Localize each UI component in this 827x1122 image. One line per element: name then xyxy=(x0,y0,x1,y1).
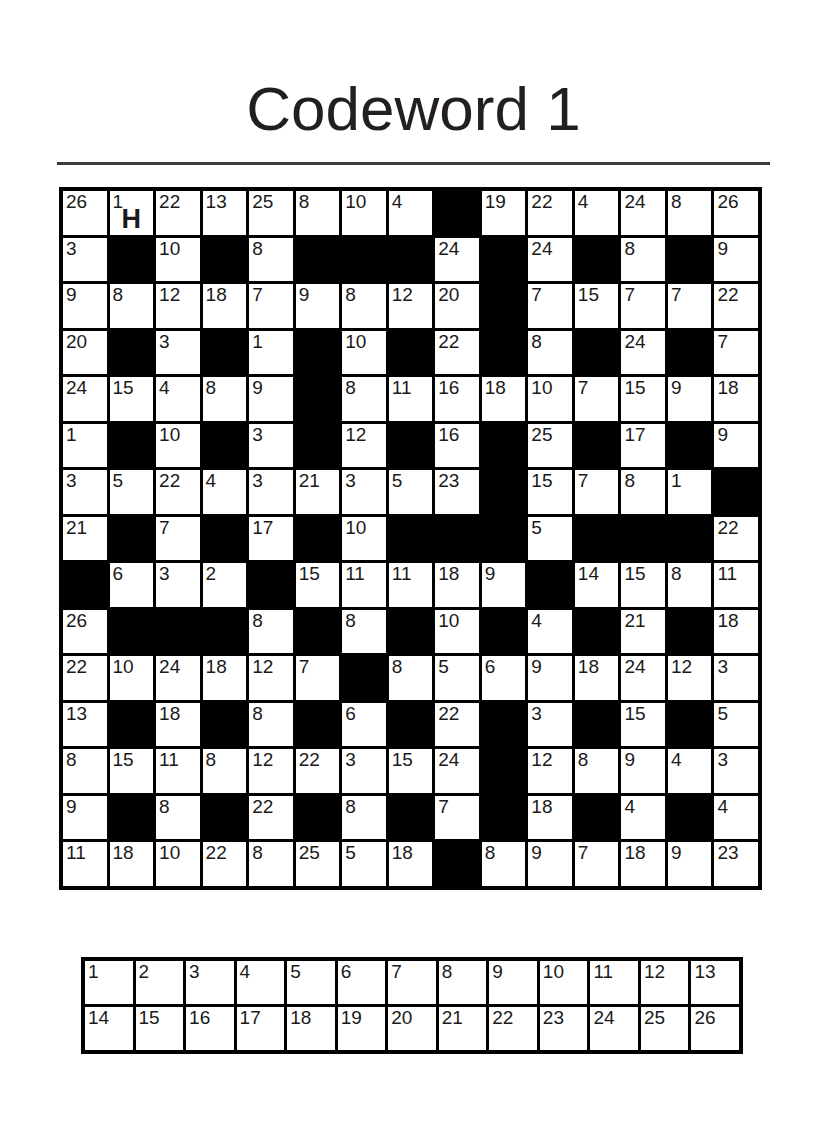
key-cell[interactable]: 9 xyxy=(489,961,537,1004)
block-cell xyxy=(482,331,526,375)
grid-cell[interactable]: 3 xyxy=(342,470,386,514)
block-cell xyxy=(110,424,154,468)
grid-cell[interactable]: 17 xyxy=(621,424,665,468)
grid-cell[interactable]: 9 xyxy=(668,377,712,421)
block-cell xyxy=(203,517,247,561)
grid-cell[interactable]: 9 xyxy=(528,656,572,700)
block-cell xyxy=(482,517,526,561)
grid-cell[interactable]: 22 xyxy=(63,656,107,700)
grid-cell[interactable]: 8 xyxy=(249,842,293,886)
grid-cell[interactable]: 18 xyxy=(389,842,433,886)
grid-cell[interactable]: 24 xyxy=(621,331,665,375)
cell-number: 16 xyxy=(438,378,459,398)
block-cell xyxy=(342,238,386,282)
grid-cell[interactable]: 10 xyxy=(342,331,386,375)
grid-cell[interactable]: 7 xyxy=(668,284,712,328)
grid-cell[interactable]: 19 xyxy=(482,191,526,235)
grid-cell[interactable]: 8 xyxy=(342,377,386,421)
cell-number: 8 xyxy=(671,564,682,584)
letter-key-grid: 1234567891011121314151617181920212223242… xyxy=(81,957,743,1054)
grid-cell[interactable]: 6 xyxy=(110,563,154,607)
key-cell[interactable]: 4 xyxy=(237,961,285,1004)
grid-cell[interactable]: 8 xyxy=(482,842,526,886)
grid-cell[interactable]: 22 xyxy=(296,749,340,793)
cell-number: 11 xyxy=(392,564,412,584)
cell-number: 21 xyxy=(624,611,645,631)
grid-cell[interactable]: 23 xyxy=(714,842,758,886)
grid-cell[interactable]: 7 xyxy=(575,470,619,514)
cell-number: 12 xyxy=(159,285,180,305)
key-cell[interactable]: 6 xyxy=(338,961,386,1004)
cell-number: 9 xyxy=(671,843,682,863)
cell-number: 7 xyxy=(531,285,542,305)
key-cell[interactable]: 20 xyxy=(388,1007,436,1050)
grid-cell[interactable]: 8 xyxy=(668,563,712,607)
grid-cell[interactable]: 22 xyxy=(156,191,200,235)
grid-cell[interactable]: 12 xyxy=(156,284,200,328)
grid-cell[interactable]: 1 xyxy=(249,331,293,375)
grid-cell[interactable]: 5 xyxy=(389,470,433,514)
key-cell[interactable]: 25 xyxy=(641,1007,689,1050)
grid-cell[interactable]: 8 xyxy=(389,656,433,700)
cell-number: 3 xyxy=(159,564,170,584)
cell-number: 10 xyxy=(113,657,134,677)
grid-cell[interactable]: 5 xyxy=(435,656,479,700)
cell-number: 10 xyxy=(345,518,366,538)
grid-cell[interactable]: 10 xyxy=(342,517,386,561)
block-cell xyxy=(389,796,433,840)
block-cell xyxy=(156,610,200,654)
grid-cell[interactable]: 8 xyxy=(668,191,712,235)
cell-number: 20 xyxy=(66,332,87,352)
key-cell[interactable]: 10 xyxy=(540,961,588,1004)
cell-number: 24 xyxy=(624,332,645,352)
cell-number: 9 xyxy=(531,843,542,863)
grid-cell[interactable]: 22 xyxy=(528,191,572,235)
grid-cell[interactable]: 9 xyxy=(714,424,758,468)
block-cell xyxy=(110,703,154,747)
key-cell[interactable]: 18 xyxy=(287,1007,335,1050)
grid-cell[interactable]: 3 xyxy=(249,424,293,468)
key-cell[interactable]: 21 xyxy=(439,1007,487,1050)
cell-number: 3 xyxy=(531,704,542,724)
grid-cell[interactable]: 8 xyxy=(249,610,293,654)
grid-cell[interactable]: 1H xyxy=(110,191,154,235)
cell-number: 15 xyxy=(113,378,134,398)
block-cell xyxy=(668,610,712,654)
key-cell[interactable]: 16 xyxy=(186,1007,234,1050)
cell-number: 11 xyxy=(159,750,179,770)
cell-number: 9 xyxy=(717,239,728,259)
grid-cell[interactable]: 9 xyxy=(63,796,107,840)
cell-number: 24 xyxy=(159,657,180,677)
grid-cell[interactable]: 21 xyxy=(621,610,665,654)
grid-cell[interactable]: 9 xyxy=(482,563,526,607)
key-cell[interactable]: 22 xyxy=(489,1007,537,1050)
cell-number: 1 xyxy=(252,332,263,352)
grid-cell[interactable]: 1 xyxy=(668,470,712,514)
grid-cell[interactable]: 8 xyxy=(621,470,665,514)
grid-cell[interactable]: 9 xyxy=(528,842,572,886)
grid-cell[interactable]: 10 xyxy=(435,610,479,654)
grid-cell[interactable]: 22 xyxy=(203,842,247,886)
cell-number: 5 xyxy=(345,843,356,863)
block-cell xyxy=(482,749,526,793)
key-cell[interactable]: 5 xyxy=(287,961,335,1004)
cell-number: 5 xyxy=(290,962,301,982)
block-cell xyxy=(110,610,154,654)
grid-cell[interactable]: 24 xyxy=(435,238,479,282)
cell-number: 12 xyxy=(345,425,366,445)
key-cell[interactable]: 23 xyxy=(540,1007,588,1050)
grid-cell[interactable]: 24 xyxy=(156,656,200,700)
grid-cell[interactable]: 10 xyxy=(110,656,154,700)
grid-cell[interactable]: 4 xyxy=(575,191,619,235)
cell-number: 8 xyxy=(252,239,263,259)
cell-number: 5 xyxy=(531,518,542,538)
cell-number: 8 xyxy=(159,797,170,817)
key-cell[interactable]: 17 xyxy=(237,1007,285,1050)
cell-number: 8 xyxy=(252,843,263,863)
grid-cell[interactable]: 3 xyxy=(714,656,758,700)
grid-cell[interactable]: 8 xyxy=(203,377,247,421)
grid-cell[interactable]: 1 xyxy=(63,424,107,468)
grid-cell[interactable]: 5 xyxy=(528,517,572,561)
cell-number: 6 xyxy=(485,657,496,677)
grid-cell[interactable]: 4 xyxy=(156,377,200,421)
cell-number: 1 xyxy=(671,471,682,491)
grid-cell[interactable]: 18 xyxy=(482,377,526,421)
grid-cell[interactable]: 18 xyxy=(528,796,572,840)
cell-number: 3 xyxy=(252,471,263,491)
cell-number: 24 xyxy=(531,239,552,259)
cell-number: 10 xyxy=(159,239,180,259)
grid-cell[interactable]: 10 xyxy=(528,377,572,421)
grid-cell[interactable]: 8 xyxy=(249,703,293,747)
grid-cell[interactable]: 12 xyxy=(668,656,712,700)
grid-cell[interactable]: 11 xyxy=(714,563,758,607)
grid-cell[interactable]: 18 xyxy=(714,377,758,421)
grid-cell[interactable]: 7 xyxy=(528,284,572,328)
grid-cell[interactable]: 20 xyxy=(63,331,107,375)
grid-cell[interactable]: 11 xyxy=(389,377,433,421)
cell-number: 3 xyxy=(717,750,728,770)
cell-number: 3 xyxy=(189,962,200,982)
key-cell[interactable]: 14 xyxy=(85,1007,133,1050)
block-cell xyxy=(575,517,619,561)
grid-cell[interactable]: 4 xyxy=(714,796,758,840)
grid-cell[interactable]: 7 xyxy=(249,284,293,328)
grid-cell[interactable]: 9 xyxy=(249,377,293,421)
cell-number: 10 xyxy=(345,192,366,212)
grid-cell[interactable]: 17 xyxy=(249,517,293,561)
block-cell xyxy=(110,238,154,282)
grid-cell[interactable]: 4 xyxy=(389,191,433,235)
grid-cell[interactable]: 4 xyxy=(528,610,572,654)
cell-number: 22 xyxy=(299,750,320,770)
key-cell[interactable]: 3 xyxy=(186,961,234,1004)
grid-cell[interactable]: 6 xyxy=(482,656,526,700)
grid-cell[interactable]: 24 xyxy=(63,377,107,421)
grid-cell[interactable]: 18 xyxy=(621,842,665,886)
grid-cell[interactable]: 12 xyxy=(249,749,293,793)
key-cell[interactable]: 24 xyxy=(590,1007,638,1050)
key-cell[interactable]: 12 xyxy=(641,961,689,1004)
grid-cell[interactable]: 3 xyxy=(156,563,200,607)
grid-cell[interactable]: 5 xyxy=(110,470,154,514)
block-cell xyxy=(668,331,712,375)
cell-number: 4 xyxy=(624,797,635,817)
block-cell xyxy=(482,424,526,468)
grid-cell[interactable]: 9 xyxy=(714,238,758,282)
cell-number: 3 xyxy=(66,471,77,491)
key-cell[interactable]: 13 xyxy=(691,961,739,1004)
cell-number: 18 xyxy=(438,564,459,584)
grid-cell[interactable]: 22 xyxy=(714,284,758,328)
grid-cell[interactable]: 8 xyxy=(63,749,107,793)
grid-cell[interactable]: 22 xyxy=(435,703,479,747)
grid-cell[interactable]: 5 xyxy=(714,703,758,747)
grid-cell[interactable]: 25 xyxy=(249,191,293,235)
cell-number: 18 xyxy=(206,285,227,305)
cell-number: 15 xyxy=(531,471,552,491)
cell-number: 4 xyxy=(531,611,542,631)
grid-cell[interactable]: 7 xyxy=(575,377,619,421)
grid-cell[interactable]: 22 xyxy=(714,517,758,561)
grid-cell[interactable]: 18 xyxy=(203,284,247,328)
cell-number: 3 xyxy=(345,750,356,770)
grid-cell[interactable]: 8 xyxy=(621,238,665,282)
grid-cell[interactable]: 3 xyxy=(63,238,107,282)
key-cell[interactable]: 26 xyxy=(691,1007,739,1050)
grid-cell[interactable]: 2 xyxy=(203,563,247,607)
cell-number: 7 xyxy=(299,657,310,677)
cell-number: 8 xyxy=(252,704,263,724)
grid-cell[interactable]: 24 xyxy=(621,656,665,700)
cell-number: 9 xyxy=(66,797,77,817)
grid-cell[interactable]: 6 xyxy=(342,703,386,747)
cell-number: 25 xyxy=(644,1008,665,1028)
block-cell xyxy=(389,703,433,747)
grid-cell[interactable]: 7 xyxy=(621,284,665,328)
cell-number: 18 xyxy=(485,378,506,398)
grid-cell[interactable]: 22 xyxy=(249,796,293,840)
grid-cell[interactable]: 8 xyxy=(342,796,386,840)
cell-number: 17 xyxy=(624,425,645,445)
grid-cell[interactable]: 7 xyxy=(156,517,200,561)
grid-cell[interactable]: 12 xyxy=(342,424,386,468)
grid-cell[interactable]: 3 xyxy=(249,470,293,514)
grid-cell[interactable]: 21 xyxy=(63,517,107,561)
grid-cell[interactable]: 11 xyxy=(342,563,386,607)
grid-cell[interactable]: 15 xyxy=(110,749,154,793)
cell-number: 9 xyxy=(717,425,728,445)
grid-cell[interactable]: 8 xyxy=(249,238,293,282)
block-cell xyxy=(621,517,665,561)
title-divider xyxy=(57,162,770,165)
grid-cell[interactable]: 18 xyxy=(110,842,154,886)
grid-cell[interactable]: 24 xyxy=(621,191,665,235)
grid-cell[interactable]: 3 xyxy=(342,749,386,793)
grid-cell[interactable]: 14 xyxy=(575,563,619,607)
key-cell[interactable]: 2 xyxy=(136,961,184,1004)
grid-cell[interactable]: 18 xyxy=(203,656,247,700)
cell-number: 9 xyxy=(299,285,310,305)
grid-cell[interactable]: 13 xyxy=(203,191,247,235)
grid-cell[interactable]: 9 xyxy=(621,749,665,793)
key-cell[interactable]: 7 xyxy=(388,961,436,1004)
cell-number: 5 xyxy=(113,471,124,491)
grid-cell[interactable]: 8 xyxy=(296,191,340,235)
grid-cell[interactable]: 26 xyxy=(714,191,758,235)
cell-number: 23 xyxy=(717,843,738,863)
grid-cell[interactable]: 9 xyxy=(668,842,712,886)
grid-cell[interactable]: 18 xyxy=(435,563,479,607)
grid-cell[interactable]: 26 xyxy=(63,610,107,654)
block-cell xyxy=(528,563,572,607)
grid-cell[interactable]: 18 xyxy=(575,656,619,700)
cell-number: 24 xyxy=(66,378,87,398)
grid-cell[interactable]: 22 xyxy=(435,331,479,375)
cell-number: 10 xyxy=(345,332,366,352)
grid-cell[interactable]: 4 xyxy=(203,470,247,514)
grid-cell[interactable]: 8 xyxy=(575,749,619,793)
cell-number: 3 xyxy=(66,239,77,259)
grid-cell[interactable]: 7 xyxy=(714,331,758,375)
cell-number: 15 xyxy=(392,750,413,770)
cell-number: 5 xyxy=(438,657,449,677)
block-cell xyxy=(110,331,154,375)
grid-cell[interactable]: 3 xyxy=(156,331,200,375)
grid-cell[interactable]: 10 xyxy=(156,238,200,282)
cell-number: 21 xyxy=(442,1008,463,1028)
grid-cell[interactable]: 8 xyxy=(156,796,200,840)
key-cell[interactable]: 1 xyxy=(85,961,133,1004)
cell-number: 4 xyxy=(717,797,728,817)
grid-cell[interactable]: 5 xyxy=(342,842,386,886)
cell-number: 15 xyxy=(624,704,645,724)
puzzle-title: Codeword 1 xyxy=(0,78,827,140)
grid-cell[interactable]: 7 xyxy=(575,842,619,886)
grid-cell[interactable]: 9 xyxy=(63,284,107,328)
grid-cell[interactable]: 13 xyxy=(63,703,107,747)
block-cell xyxy=(714,470,758,514)
cell-number: 5 xyxy=(392,471,403,491)
grid-cell[interactable]: 11 xyxy=(63,842,107,886)
cell-number: 10 xyxy=(159,425,180,445)
grid-cell[interactable]: 7 xyxy=(435,796,479,840)
cell-number: 7 xyxy=(391,962,402,982)
cell-number: 9 xyxy=(252,378,263,398)
grid-cell[interactable]: 18 xyxy=(156,703,200,747)
grid-cell[interactable]: 22 xyxy=(156,470,200,514)
block-cell xyxy=(482,610,526,654)
cell-number: 9 xyxy=(671,378,682,398)
grid-cell[interactable]: 16 xyxy=(435,377,479,421)
grid-cell[interactable]: 10 xyxy=(156,424,200,468)
grid-cell[interactable]: 3 xyxy=(63,470,107,514)
grid-cell[interactable]: 8 xyxy=(342,284,386,328)
grid-cell[interactable]: 15 xyxy=(575,284,619,328)
cell-number: 17 xyxy=(240,1008,261,1028)
key-cell[interactable]: 8 xyxy=(439,961,487,1004)
grid-cell[interactable]: 3 xyxy=(714,749,758,793)
cell-number: 23 xyxy=(438,471,459,491)
grid-cell[interactable]: 11 xyxy=(389,563,433,607)
grid-cell[interactable]: 25 xyxy=(296,842,340,886)
grid-cell[interactable]: 15 xyxy=(296,563,340,607)
key-cell[interactable]: 11 xyxy=(590,961,638,1004)
grid-cell[interactable]: 8 xyxy=(110,284,154,328)
grid-cell[interactable]: 4 xyxy=(621,796,665,840)
block-cell xyxy=(296,238,340,282)
cell-number: 8 xyxy=(345,797,356,817)
cell-number: 6 xyxy=(345,704,356,724)
grid-cell[interactable]: 3 xyxy=(528,703,572,747)
grid-cell[interactable]: 7 xyxy=(296,656,340,700)
grid-cell[interactable]: 15 xyxy=(621,377,665,421)
cell-number: 22 xyxy=(66,657,87,677)
cell-number: 11 xyxy=(345,564,365,584)
block-cell xyxy=(575,610,619,654)
grid-cell[interactable]: 25 xyxy=(528,424,572,468)
block-cell xyxy=(389,610,433,654)
cell-number: 7 xyxy=(252,285,263,305)
grid-cell[interactable]: 24 xyxy=(435,749,479,793)
block-cell xyxy=(482,238,526,282)
grid-cell[interactable]: 11 xyxy=(156,749,200,793)
grid-cell[interactable]: 15 xyxy=(528,470,572,514)
cell-number: 8 xyxy=(206,750,217,770)
grid-cell[interactable]: 15 xyxy=(389,749,433,793)
key-cell[interactable]: 19 xyxy=(338,1007,386,1050)
cell-number: 19 xyxy=(341,1008,362,1028)
cell-number: 18 xyxy=(531,797,552,817)
block-cell xyxy=(389,424,433,468)
grid-cell[interactable]: 4 xyxy=(668,749,712,793)
grid-cell[interactable]: 15 xyxy=(621,563,665,607)
cell-number: 24 xyxy=(624,192,645,212)
grid-cell[interactable]: 23 xyxy=(435,470,479,514)
grid-cell[interactable]: 24 xyxy=(528,238,572,282)
cell-number: 8 xyxy=(66,750,77,770)
cell-number: 2 xyxy=(139,962,150,982)
cell-number: 9 xyxy=(485,564,496,584)
block-cell xyxy=(296,517,340,561)
grid-cell[interactable]: 12 xyxy=(528,749,572,793)
key-cell[interactable]: 15 xyxy=(136,1007,184,1050)
grid-cell[interactable]: 18 xyxy=(714,610,758,654)
cell-number: 1 xyxy=(88,962,99,982)
grid-cell[interactable]: 26 xyxy=(63,191,107,235)
grid-cell[interactable]: 12 xyxy=(389,284,433,328)
grid-cell[interactable]: 15 xyxy=(621,703,665,747)
grid-cell[interactable]: 16 xyxy=(435,424,479,468)
grid-cell[interactable]: 21 xyxy=(296,470,340,514)
grid-cell[interactable]: 20 xyxy=(435,284,479,328)
cell-number: 7 xyxy=(624,285,635,305)
grid-cell[interactable]: 10 xyxy=(156,842,200,886)
block-cell xyxy=(110,796,154,840)
block-cell xyxy=(668,238,712,282)
grid-cell[interactable]: 10 xyxy=(342,191,386,235)
grid-cell[interactable]: 8 xyxy=(528,331,572,375)
grid-cell[interactable]: 15 xyxy=(110,377,154,421)
grid-cell[interactable]: 12 xyxy=(249,656,293,700)
grid-cell[interactable]: 8 xyxy=(342,610,386,654)
grid-cell[interactable]: 8 xyxy=(203,749,247,793)
grid-cell[interactable]: 9 xyxy=(296,284,340,328)
